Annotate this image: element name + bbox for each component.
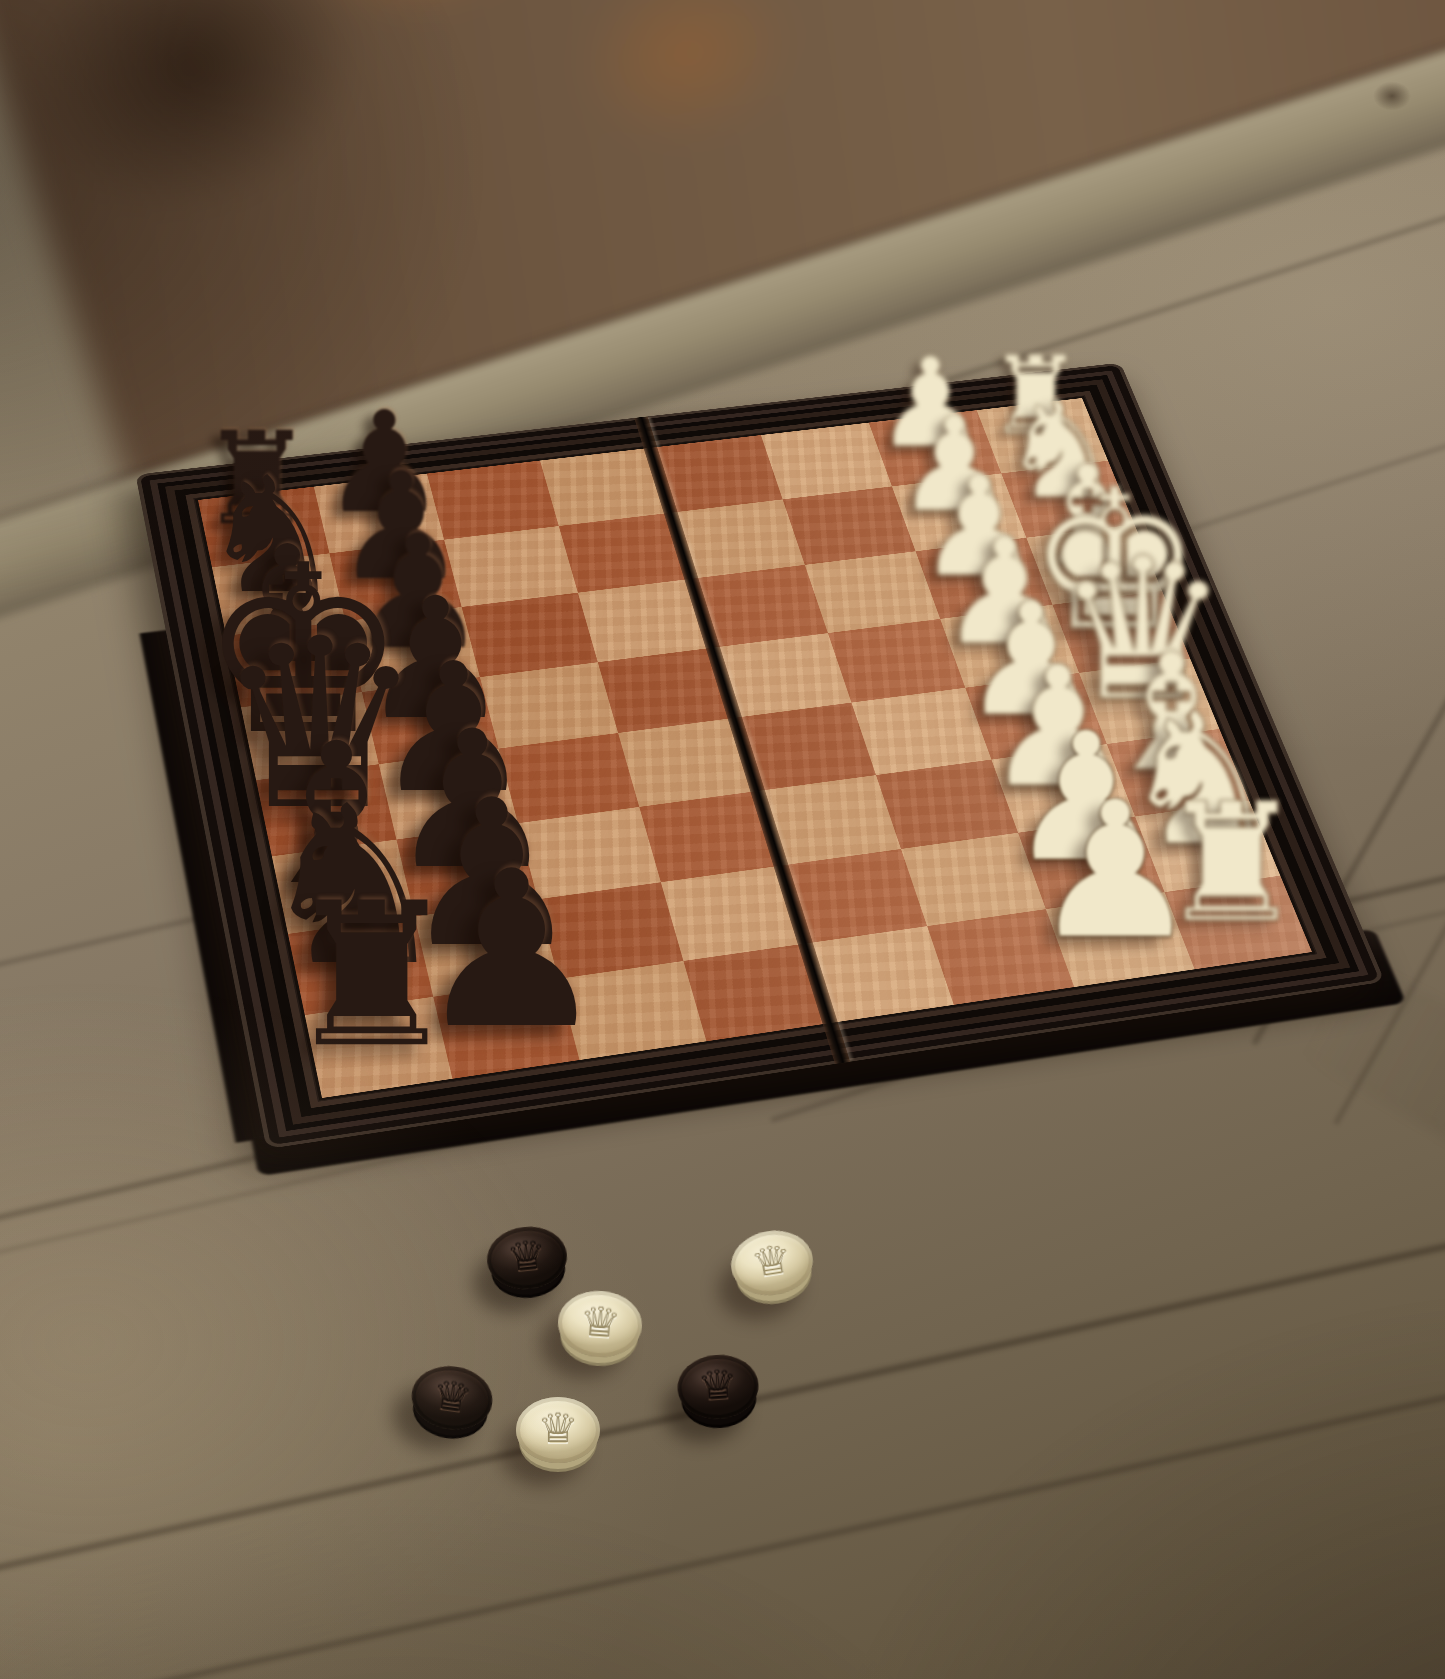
checker-disc-light[interactable]: ♕: [726, 1225, 817, 1301]
photo-scene: ♜♞♝♛♚♝♞♜♟♟♟♟♟♟♟♟♟♟♟♟♟♟♟♟♜♞♝♛♚♝♞♜ ♕♕♕♕♕♕: [0, 0, 1445, 1679]
checker-disc-dark[interactable]: ♕: [408, 1361, 497, 1435]
checker-disc-dark[interactable]: ♕: [484, 1223, 570, 1293]
checker-disc-light[interactable]: ♕: [516, 1397, 600, 1463]
crown-emboss-icon: ♕: [537, 1405, 579, 1451]
checker-disc-dark[interactable]: ♕: [675, 1352, 760, 1421]
crown-emboss-icon: ♕: [696, 1361, 739, 1408]
crown-emboss-icon: ♕: [748, 1235, 796, 1286]
crown-emboss-icon: ♕: [504, 1232, 549, 1280]
crown-emboss-icon: ♕: [429, 1371, 475, 1421]
checkers-discs: ♕♕♕♕♕♕: [0, 0, 1445, 1679]
crown-emboss-icon: ♕: [578, 1298, 623, 1347]
checker-disc-light[interactable]: ♕: [556, 1288, 644, 1360]
